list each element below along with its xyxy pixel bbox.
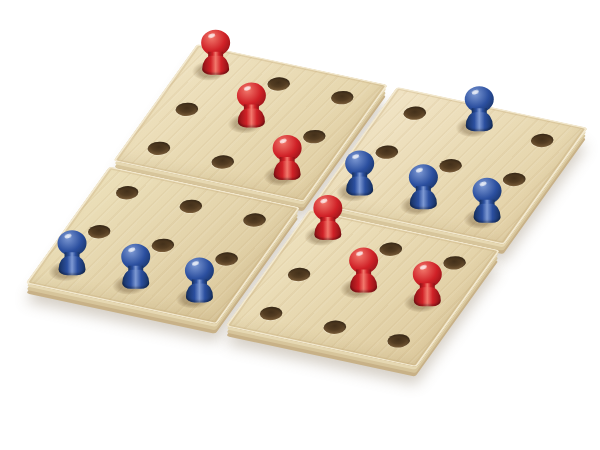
peg-hole (320, 319, 350, 336)
peg-hole (436, 157, 466, 174)
peg-hole (300, 128, 330, 145)
peg-hole (372, 144, 402, 161)
peg-hole (208, 153, 238, 170)
peg-hole (499, 171, 529, 188)
peg-body (186, 283, 213, 302)
red-peg[interactable] (200, 29, 231, 74)
peg-body (314, 221, 341, 240)
blue-peg[interactable] (471, 177, 502, 222)
blue-peg[interactable] (463, 86, 494, 131)
blue-peg[interactable] (408, 164, 439, 209)
peg-hole (527, 132, 557, 149)
peg-hole (176, 198, 206, 215)
peg-hole (144, 140, 174, 157)
peg-hole (84, 223, 114, 240)
peg-body (350, 273, 377, 292)
peg-hole (440, 254, 470, 271)
photo-background (0, 0, 600, 450)
peg-hole (384, 332, 414, 349)
peg-body (202, 55, 229, 74)
blue-peg[interactable] (184, 257, 215, 302)
peg-body (122, 269, 149, 288)
peg-body (346, 176, 373, 195)
peg-body (238, 108, 265, 127)
peg-board-assembly (25, 44, 588, 367)
red-peg[interactable] (312, 195, 343, 240)
peg-hole (240, 212, 270, 229)
peg-body (414, 287, 441, 306)
peg-hole (376, 241, 406, 258)
blue-peg[interactable] (56, 230, 87, 275)
peg-hole (256, 305, 286, 322)
peg-hole (112, 184, 142, 201)
peg-hole (212, 251, 242, 268)
peg-body (410, 190, 437, 209)
red-peg[interactable] (412, 261, 443, 306)
peg-hole (172, 101, 202, 118)
peg-hole (284, 266, 314, 283)
peg-hole (400, 105, 430, 122)
peg-hole (148, 237, 178, 254)
peg-hole (327, 89, 357, 106)
peg-body (465, 112, 492, 131)
red-peg[interactable] (271, 135, 302, 180)
blue-peg[interactable] (344, 150, 375, 195)
peg-body (473, 203, 500, 222)
red-peg[interactable] (348, 247, 379, 292)
peg-body (273, 161, 300, 180)
red-peg[interactable] (236, 82, 267, 127)
peg-body (58, 256, 85, 275)
blue-peg[interactable] (120, 243, 151, 288)
peg-hole (264, 75, 294, 92)
